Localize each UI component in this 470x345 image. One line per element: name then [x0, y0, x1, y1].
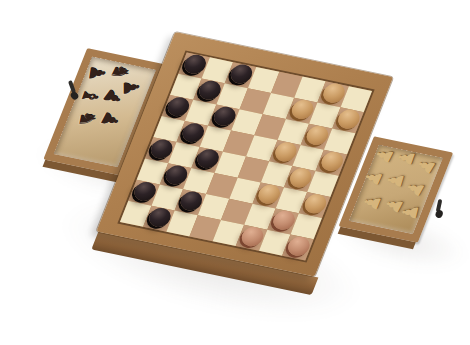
chess-piece-icon[interactable]: ♟: [97, 109, 123, 130]
latch-knob: [69, 90, 79, 101]
board-game-photo: ♟♞♟♝♟♞♟ ♟♟♟♟♟♟♟♟♟: [0, 0, 470, 345]
latch-knob: [434, 209, 444, 219]
chess-piece-icon[interactable]: ♟: [412, 155, 439, 177]
chess-piece-icon[interactable]: ♟: [398, 204, 422, 222]
chess-piece-icon[interactable]: ♟: [86, 65, 109, 81]
chess-piece-icon[interactable]: ♟: [402, 178, 429, 200]
board-grid: [117, 50, 374, 262]
chess-piece-icon[interactable]: ♞: [76, 110, 99, 127]
